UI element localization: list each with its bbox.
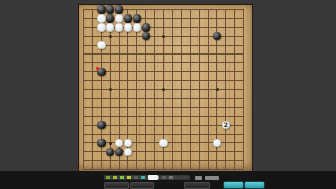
white-stone xyxy=(124,23,133,32)
white-stone xyxy=(106,23,115,32)
star-point xyxy=(216,88,219,91)
star-point xyxy=(162,35,165,38)
white-stone xyxy=(124,139,133,148)
move-counter-text xyxy=(205,176,219,180)
black-stone xyxy=(142,32,151,41)
white-stone xyxy=(159,139,168,148)
last-move-marker xyxy=(96,67,99,70)
black-stone xyxy=(106,5,115,14)
slider-tick xyxy=(134,176,138,179)
nav-button-3[interactable] xyxy=(184,182,210,189)
bottom-toolbar xyxy=(0,171,336,189)
white-stone xyxy=(115,14,124,23)
black-stone xyxy=(115,5,124,14)
black-stone xyxy=(97,5,106,14)
stone-number-label: 2 xyxy=(224,122,228,128)
action-button-1[interactable] xyxy=(224,182,243,188)
star-point xyxy=(109,142,112,145)
black-stone xyxy=(97,121,106,130)
black-stone xyxy=(142,23,151,32)
white-stone: 2 xyxy=(222,121,231,130)
slider-tick xyxy=(162,176,166,179)
black-stone xyxy=(133,14,142,23)
nav-button-1[interactable] xyxy=(104,182,129,189)
star-point xyxy=(162,88,165,91)
white-stone xyxy=(97,14,106,23)
slider-tick xyxy=(127,176,131,179)
black-stone xyxy=(97,139,106,148)
slider-tick xyxy=(113,176,117,179)
black-stone xyxy=(124,14,133,23)
action-button-2[interactable] xyxy=(245,182,264,188)
star-point xyxy=(109,88,112,91)
black-stone xyxy=(97,68,106,77)
white-stone xyxy=(115,23,124,32)
go-board[interactable]: 2 xyxy=(79,5,252,171)
black-stone xyxy=(213,32,222,41)
move-slider[interactable] xyxy=(104,175,190,180)
board-grid[interactable]: 2 xyxy=(83,9,244,170)
white-stone xyxy=(97,23,106,32)
black-stone xyxy=(106,14,115,23)
white-stone xyxy=(124,148,133,157)
slider-tick xyxy=(141,176,145,179)
black-stone xyxy=(106,148,115,157)
app-window: 2 xyxy=(0,0,336,189)
move-counter-text xyxy=(195,176,202,180)
slider-thumb-icon[interactable] xyxy=(148,175,158,180)
white-stone xyxy=(133,23,142,32)
slider-tick xyxy=(169,176,173,179)
slider-tick xyxy=(106,176,110,179)
white-stone xyxy=(115,139,124,148)
white-stone xyxy=(97,41,106,50)
star-point xyxy=(109,35,112,38)
black-stone xyxy=(115,148,124,157)
slider-tick xyxy=(120,176,124,179)
white-stone xyxy=(213,139,222,148)
nav-button-2[interactable] xyxy=(130,182,154,189)
